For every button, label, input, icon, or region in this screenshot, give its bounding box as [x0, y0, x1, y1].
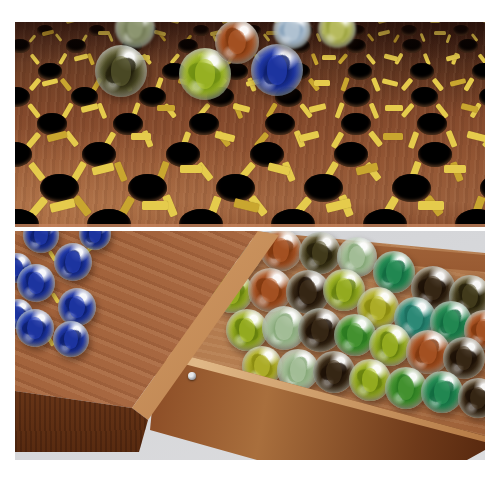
board-hole: [363, 209, 407, 228]
inlay-dash: [74, 53, 89, 61]
inlay-dash: [401, 78, 414, 92]
marble-blue: [53, 321, 89, 357]
board-hole: [189, 113, 219, 135]
inlay-dash: [401, 103, 415, 118]
board-hole: [348, 63, 372, 80]
inlay-dash: [314, 80, 330, 85]
inlay-dash: [482, 22, 485, 24]
marble-swirl-core: [419, 340, 437, 365]
product-photo-chinese-checkers: [0, 0, 500, 500]
marble-blue: [58, 288, 96, 326]
inlay-dash: [383, 133, 403, 140]
marble-swirl-core: [239, 318, 256, 342]
inlay-dash: [157, 105, 174, 111]
inlay-dash: [299, 131, 320, 142]
marble-lime: [349, 359, 391, 401]
marble-swirl-core: [347, 323, 364, 347]
inlay-dash: [170, 22, 180, 24]
marble-swirl-core: [27, 317, 42, 338]
board-hole: [15, 87, 30, 107]
board-hole: [472, 63, 485, 80]
board-hole: [410, 63, 434, 80]
inlay-dash: [378, 22, 388, 24]
inlay-dash: [96, 102, 107, 118]
board-hole: [38, 63, 62, 80]
marble-blue: [17, 264, 55, 302]
inlay-dash: [58, 53, 67, 65]
inlay-dash: [66, 22, 76, 24]
marble-swirl-core: [336, 278, 353, 302]
marble-swirl-core: [462, 284, 479, 308]
screw-icon: [188, 372, 196, 380]
board-hole: [401, 25, 417, 36]
inlay-dash: [28, 161, 45, 181]
inlay-dash: [27, 103, 41, 119]
inlay-dash: [26, 131, 42, 148]
inlay-dash: [385, 105, 402, 111]
board-hole: [66, 39, 86, 53]
inlay-dash: [337, 53, 347, 64]
marble-swirl-core: [443, 310, 460, 334]
board-hole: [193, 25, 209, 36]
inlay-dash: [467, 131, 485, 142]
marble-darkbrown: [313, 351, 355, 393]
board-hole: [458, 39, 478, 53]
inlay-dash: [60, 77, 72, 91]
marble-swirl-core: [273, 238, 290, 262]
marble-swirl-core: [311, 318, 329, 343]
marble-swirl-core: [111, 56, 132, 85]
marble-blue: [54, 243, 92, 281]
marble-swirl-core: [284, 22, 299, 41]
board-hole: [139, 87, 166, 107]
inlay-dash: [64, 130, 79, 147]
marble-swirl-core: [261, 278, 279, 303]
inlay-dash: [131, 133, 151, 140]
marble-swirl-core: [195, 59, 216, 88]
inlay-dash: [311, 52, 319, 64]
marble-swirl-core: [312, 241, 329, 265]
inlay-dash: [309, 103, 327, 113]
inlay-dash: [154, 30, 166, 37]
marble-swirl-core: [275, 316, 293, 341]
marble-swirl-core: [329, 22, 344, 40]
inlay-dash: [87, 52, 95, 64]
marble-swirl-core: [456, 346, 473, 370]
inlay-dash: [418, 201, 443, 210]
inlay-dash: [98, 31, 110, 35]
marble-swirl-core: [476, 319, 485, 341]
inlay-dash: [464, 77, 475, 91]
inlay-dash: [368, 102, 379, 118]
inlay-dash: [29, 53, 39, 65]
marble-swirl-core: [89, 231, 102, 243]
marble-swirl-core: [290, 358, 307, 382]
inlay-dash: [42, 78, 58, 87]
inlay-dash: [393, 34, 400, 44]
board-hole: [265, 113, 295, 135]
inlay-dash: [444, 165, 466, 173]
board-hole: [250, 142, 284, 167]
marble-swirl-core: [382, 333, 399, 357]
marble-swirl-core: [64, 329, 78, 349]
inlay-dash: [368, 130, 383, 147]
inlay-dash: [378, 30, 390, 37]
marble-swirl-core: [299, 280, 317, 305]
board-hole: [453, 25, 469, 36]
marble-swirl-core: [34, 231, 48, 245]
marble-swirl-core: [370, 296, 387, 320]
inlay-dash: [322, 55, 336, 60]
marble-swirl-core: [362, 368, 379, 392]
board-hole: [113, 113, 143, 135]
board-top-view-panel: [15, 22, 485, 227]
board-hole: [455, 209, 485, 228]
marble-swirl-core: [267, 55, 288, 84]
board-hole: [402, 39, 422, 53]
board-hole: [418, 142, 452, 167]
marble-swirl-core: [407, 306, 424, 330]
board-hole: [166, 142, 200, 167]
inlay-dash: [408, 130, 420, 148]
inlay-dash: [382, 78, 398, 87]
inlay-dash: [430, 22, 439, 23]
marble-copper: [215, 22, 259, 64]
board-corner-and-drawer-panel: [15, 231, 485, 460]
marble-swirl-core: [434, 380, 451, 404]
inlay-dash: [445, 33, 451, 43]
marble-swirl-core: [398, 376, 415, 400]
marble-swirl-core: [254, 355, 270, 377]
inlay-dash: [365, 53, 375, 65]
marble-swirl-core: [326, 360, 343, 384]
board-hole: [343, 87, 370, 107]
marble-swirl-core: [228, 30, 246, 55]
marble-swirl-core: [470, 387, 485, 409]
inlay-dash: [28, 34, 36, 43]
inlay-dash: [29, 78, 42, 92]
marble-swirl-core: [424, 276, 442, 301]
inlay-dash: [434, 31, 446, 35]
marble-swirl-core: [65, 251, 80, 272]
marble-swirl-core: [386, 260, 403, 284]
board-hole: [341, 113, 371, 135]
inlay-dash: [371, 77, 381, 92]
board-hole: [334, 142, 368, 167]
inlay-dash: [114, 161, 128, 182]
inlay-dash: [54, 33, 62, 42]
inlay-dash: [366, 33, 374, 42]
inlay-dash: [384, 53, 399, 61]
marble-blue: [16, 309, 54, 347]
board-hole: [417, 113, 447, 135]
marble-oliveswirl: [95, 45, 147, 97]
inlay-dash: [180, 165, 202, 173]
marble-olivedark: [299, 232, 341, 274]
board-hole: [271, 209, 315, 228]
marble-blue: [251, 44, 303, 96]
marble-swirl-core: [127, 22, 143, 39]
marble-emerald: [421, 371, 463, 413]
board-hole: [411, 87, 438, 107]
marble-swirl-core: [28, 272, 43, 293]
board-hole: [15, 39, 30, 53]
marble-swirl-core: [349, 246, 365, 268]
inlay-dash: [142, 201, 167, 210]
marble-swirl-core: [69, 296, 84, 317]
